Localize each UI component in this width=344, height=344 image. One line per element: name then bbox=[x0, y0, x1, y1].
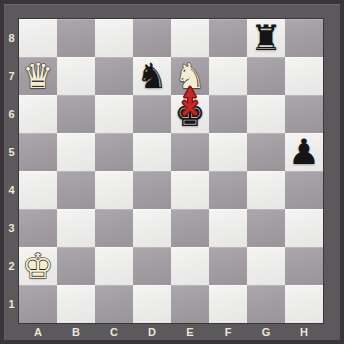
square-c5[interactable] bbox=[95, 133, 133, 171]
square-c1[interactable] bbox=[95, 285, 133, 323]
square-a4[interactable] bbox=[19, 171, 57, 209]
square-d1[interactable] bbox=[133, 285, 171, 323]
square-g6[interactable] bbox=[247, 95, 285, 133]
square-f7[interactable] bbox=[209, 57, 247, 95]
piece-white-queen-a7[interactable]: ♛ bbox=[19, 57, 57, 95]
square-d3[interactable] bbox=[133, 209, 171, 247]
square-h5[interactable]: ♟ bbox=[285, 133, 323, 171]
file-label: A bbox=[19, 323, 57, 340]
square-e4[interactable] bbox=[171, 171, 209, 209]
square-d6[interactable] bbox=[133, 95, 171, 133]
board-frame: 87654321 ♜♛♞♞♚♟♚ ABCDEFGH bbox=[0, 0, 344, 344]
piece-white-king-a2[interactable]: ♚ bbox=[19, 247, 57, 285]
piece-black-rook-g8[interactable]: ♜ bbox=[247, 19, 285, 57]
square-e2[interactable] bbox=[171, 247, 209, 285]
square-e1[interactable] bbox=[171, 285, 209, 323]
square-h1[interactable] bbox=[285, 285, 323, 323]
square-a6[interactable] bbox=[19, 95, 57, 133]
square-b8[interactable] bbox=[57, 19, 95, 57]
square-a8[interactable] bbox=[19, 19, 57, 57]
square-h8[interactable] bbox=[285, 19, 323, 57]
square-c4[interactable] bbox=[95, 171, 133, 209]
square-e6[interactable]: ♚ bbox=[171, 95, 209, 133]
square-e3[interactable] bbox=[171, 209, 209, 247]
file-label: H bbox=[285, 323, 323, 340]
square-a3[interactable] bbox=[19, 209, 57, 247]
square-g5[interactable] bbox=[247, 133, 285, 171]
square-h6[interactable] bbox=[285, 95, 323, 133]
square-c3[interactable] bbox=[95, 209, 133, 247]
square-f5[interactable] bbox=[209, 133, 247, 171]
square-f6[interactable] bbox=[209, 95, 247, 133]
square-f2[interactable] bbox=[209, 247, 247, 285]
square-a7[interactable]: ♛ bbox=[19, 57, 57, 95]
file-label: F bbox=[209, 323, 247, 340]
rank-label: 4 bbox=[4, 171, 19, 209]
square-f8[interactable] bbox=[209, 19, 247, 57]
square-h2[interactable] bbox=[285, 247, 323, 285]
square-c7[interactable] bbox=[95, 57, 133, 95]
square-g7[interactable] bbox=[247, 57, 285, 95]
square-h7[interactable] bbox=[285, 57, 323, 95]
square-g3[interactable] bbox=[247, 209, 285, 247]
square-g1[interactable] bbox=[247, 285, 285, 323]
square-a1[interactable] bbox=[19, 285, 57, 323]
file-label: G bbox=[247, 323, 285, 340]
square-d7[interactable]: ♞ bbox=[133, 57, 171, 95]
rank-label: 3 bbox=[4, 209, 19, 247]
file-label: B bbox=[57, 323, 95, 340]
square-b6[interactable] bbox=[57, 95, 95, 133]
square-d8[interactable] bbox=[133, 19, 171, 57]
piece-black-king-e6[interactable]: ♚ bbox=[171, 95, 209, 133]
square-d5[interactable] bbox=[133, 133, 171, 171]
square-b5[interactable] bbox=[57, 133, 95, 171]
square-c2[interactable] bbox=[95, 247, 133, 285]
square-g2[interactable] bbox=[247, 247, 285, 285]
square-a2[interactable]: ♚ bbox=[19, 247, 57, 285]
square-b2[interactable] bbox=[57, 247, 95, 285]
square-d4[interactable] bbox=[133, 171, 171, 209]
square-c8[interactable] bbox=[95, 19, 133, 57]
piece-black-pawn-h5[interactable]: ♟ bbox=[285, 133, 323, 171]
file-labels: ABCDEFGH bbox=[19, 323, 323, 340]
file-label: D bbox=[133, 323, 171, 340]
rank-label: 5 bbox=[4, 133, 19, 171]
square-h4[interactable] bbox=[285, 171, 323, 209]
square-e8[interactable] bbox=[171, 19, 209, 57]
square-g4[interactable] bbox=[247, 171, 285, 209]
square-g8[interactable]: ♜ bbox=[247, 19, 285, 57]
chess-board: ♜♛♞♞♚♟♚ bbox=[19, 19, 323, 323]
square-b1[interactable] bbox=[57, 285, 95, 323]
square-f1[interactable] bbox=[209, 285, 247, 323]
piece-white-knight-e7[interactable]: ♞ bbox=[171, 57, 209, 95]
file-label: E bbox=[171, 323, 209, 340]
square-b3[interactable] bbox=[57, 209, 95, 247]
file-label: C bbox=[95, 323, 133, 340]
square-f4[interactable] bbox=[209, 171, 247, 209]
square-e5[interactable] bbox=[171, 133, 209, 171]
rank-labels: 87654321 bbox=[4, 19, 19, 323]
square-b4[interactable] bbox=[57, 171, 95, 209]
rank-label: 8 bbox=[4, 19, 19, 57]
square-h3[interactable] bbox=[285, 209, 323, 247]
square-b7[interactable] bbox=[57, 57, 95, 95]
rank-label: 2 bbox=[4, 247, 19, 285]
square-f3[interactable] bbox=[209, 209, 247, 247]
piece-black-knight-d7[interactable]: ♞ bbox=[133, 57, 171, 95]
square-d2[interactable] bbox=[133, 247, 171, 285]
rank-label: 6 bbox=[4, 95, 19, 133]
rank-label: 1 bbox=[4, 285, 19, 323]
square-c6[interactable] bbox=[95, 95, 133, 133]
square-a5[interactable] bbox=[19, 133, 57, 171]
rank-label: 7 bbox=[4, 57, 19, 95]
square-e7[interactable]: ♞ bbox=[171, 57, 209, 95]
